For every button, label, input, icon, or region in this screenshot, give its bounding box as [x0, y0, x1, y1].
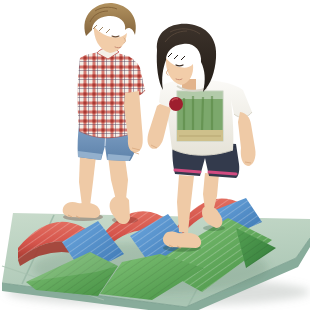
scene-canvas [0, 0, 310, 310]
girl-shirt-print [169, 91, 223, 141]
product-photo [0, 0, 310, 310]
